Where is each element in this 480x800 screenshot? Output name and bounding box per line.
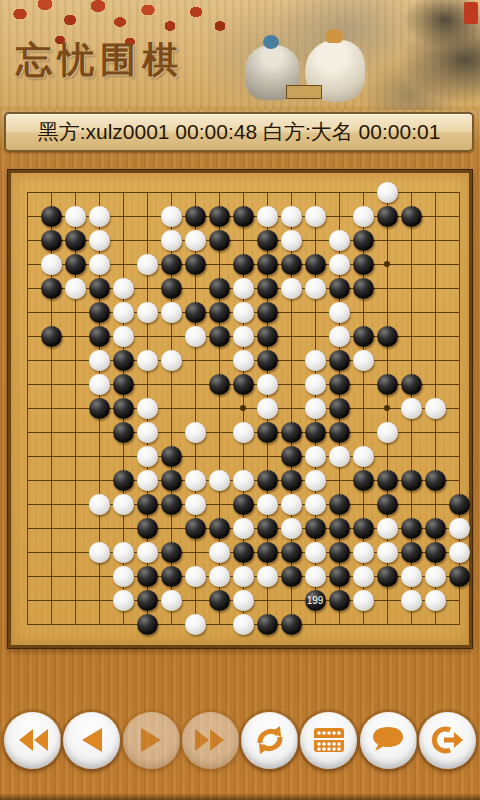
white-stone xyxy=(401,590,422,611)
score-abacus-button[interactable] xyxy=(300,712,357,769)
black-stone xyxy=(425,470,446,491)
white-stone xyxy=(425,398,446,419)
white-stone xyxy=(281,230,302,251)
black-stone xyxy=(449,566,470,587)
white-stone xyxy=(305,494,326,515)
white-stone xyxy=(233,614,254,635)
white-stone xyxy=(281,206,302,227)
white-stone xyxy=(185,494,206,515)
black-stone xyxy=(65,230,86,251)
black-stone xyxy=(257,350,278,371)
black-stone xyxy=(401,206,422,227)
black-stone xyxy=(329,542,350,563)
black-stone xyxy=(137,494,158,515)
toolbar xyxy=(0,710,480,770)
black-stone xyxy=(329,518,350,539)
white-stone xyxy=(185,230,206,251)
white-stone xyxy=(113,302,134,323)
star-point xyxy=(240,405,246,411)
white-stone xyxy=(233,590,254,611)
black-stone xyxy=(185,518,206,539)
black-stone xyxy=(113,374,134,395)
white-stone xyxy=(353,206,374,227)
black-stone xyxy=(65,254,86,275)
white-stone xyxy=(257,494,278,515)
black-stone xyxy=(41,278,62,299)
black-stone xyxy=(257,326,278,347)
go-board[interactable]: 199 xyxy=(8,170,472,648)
white-stone xyxy=(329,254,350,275)
white-stone xyxy=(137,350,158,371)
white-stone xyxy=(161,230,182,251)
black-stone xyxy=(377,470,398,491)
black-stone xyxy=(329,398,350,419)
black-stone xyxy=(209,590,230,611)
black-stone xyxy=(401,374,422,395)
white-stone xyxy=(329,302,350,323)
white-stone xyxy=(113,566,134,587)
black-stone xyxy=(257,230,278,251)
white-stone xyxy=(233,326,254,347)
black-stone xyxy=(161,470,182,491)
red-seal-stamp xyxy=(464,2,478,24)
refresh-icon xyxy=(253,723,287,757)
status-bar: 黑方:xulz0001 00:00:48 白方:大名 00:00:01 xyxy=(4,112,474,152)
white-stone xyxy=(305,374,326,395)
black-stone xyxy=(305,422,326,443)
white-stone xyxy=(89,254,110,275)
black-stone xyxy=(425,518,446,539)
white-stone xyxy=(209,542,230,563)
white-stone xyxy=(353,590,374,611)
black-stone xyxy=(161,566,182,587)
black-stone xyxy=(329,494,350,515)
black-stone xyxy=(89,278,110,299)
black-stone xyxy=(401,518,422,539)
white-stone xyxy=(281,278,302,299)
white-stone xyxy=(449,518,470,539)
white-stone xyxy=(257,566,278,587)
star-point xyxy=(384,261,390,267)
black-stone xyxy=(377,566,398,587)
black-stone xyxy=(209,206,230,227)
white-stone xyxy=(185,614,206,635)
white-stone xyxy=(161,350,182,371)
white-stone xyxy=(137,398,158,419)
white-stone xyxy=(233,566,254,587)
step-forward-button xyxy=(123,712,180,769)
black-stone xyxy=(425,542,446,563)
white-stone xyxy=(137,542,158,563)
black-stone xyxy=(113,470,134,491)
white-stone xyxy=(113,326,134,347)
step-back-button[interactable] xyxy=(63,712,120,769)
black-stone xyxy=(281,254,302,275)
black-stone xyxy=(449,494,470,515)
white-stone xyxy=(233,302,254,323)
white-stone xyxy=(137,302,158,323)
white-stone xyxy=(329,230,350,251)
black-stone xyxy=(329,374,350,395)
white-stone xyxy=(233,518,254,539)
white-stone xyxy=(161,302,182,323)
black-stone xyxy=(161,542,182,563)
white-stone xyxy=(137,470,158,491)
white-stone xyxy=(233,470,254,491)
white-stone xyxy=(185,422,206,443)
black-stone xyxy=(329,278,350,299)
black-stone xyxy=(89,326,110,347)
black-stone xyxy=(113,422,134,443)
white-stone xyxy=(161,590,182,611)
black-stone xyxy=(353,326,374,347)
black-stone xyxy=(257,278,278,299)
black-stone xyxy=(305,254,326,275)
white-stone xyxy=(425,590,446,611)
white-stone xyxy=(281,518,302,539)
black-stone xyxy=(257,254,278,275)
white-stone xyxy=(257,398,278,419)
black-stone xyxy=(185,302,206,323)
white-stone xyxy=(89,206,110,227)
players-and-clocks-text: 黑方:xulz0001 00:00:48 白方:大名 00:00:01 xyxy=(38,118,441,146)
step-back-icon xyxy=(77,724,107,756)
black-stone xyxy=(233,494,254,515)
step-forward-icon xyxy=(136,724,166,756)
chat-bubble-icon xyxy=(371,724,405,756)
black-stone xyxy=(281,614,302,635)
black-stone xyxy=(209,518,230,539)
black-stone xyxy=(209,278,230,299)
black-stone xyxy=(257,302,278,323)
black-stone xyxy=(113,398,134,419)
fast-forward-button xyxy=(182,712,239,769)
white-stone xyxy=(305,350,326,371)
fast-rewind-button[interactable] xyxy=(4,712,61,769)
black-stone xyxy=(281,566,302,587)
white-stone xyxy=(185,470,206,491)
black-stone xyxy=(137,590,158,611)
white-stone xyxy=(89,230,110,251)
black-stone xyxy=(209,230,230,251)
white-stone xyxy=(305,278,326,299)
fast-forward-icon xyxy=(193,724,227,756)
white-stone xyxy=(137,446,158,467)
white-stone xyxy=(209,470,230,491)
ink-painting xyxy=(210,0,480,110)
white-stone xyxy=(65,278,86,299)
black-stone xyxy=(89,302,110,323)
white-stone xyxy=(233,278,254,299)
white-stone xyxy=(185,566,206,587)
white-stone xyxy=(257,374,278,395)
black-stone xyxy=(137,518,158,539)
painting-go-board xyxy=(286,85,322,99)
white-stone xyxy=(185,326,206,347)
black-stone xyxy=(161,494,182,515)
black-stone xyxy=(377,206,398,227)
black-stone xyxy=(137,614,158,635)
refresh-button[interactable] xyxy=(241,712,298,769)
black-stone xyxy=(161,278,182,299)
white-stone xyxy=(305,206,326,227)
white-stone xyxy=(113,590,134,611)
pass-exit-button[interactable] xyxy=(419,712,476,769)
white-stone xyxy=(305,470,326,491)
black-stone xyxy=(281,542,302,563)
black-stone xyxy=(305,518,326,539)
white-stone xyxy=(353,446,374,467)
white-stone xyxy=(65,206,86,227)
black-stone xyxy=(329,566,350,587)
black-stone xyxy=(233,374,254,395)
black-stone xyxy=(185,206,206,227)
white-stone xyxy=(89,542,110,563)
abacus-icon xyxy=(312,725,346,755)
white-stone xyxy=(209,566,230,587)
black-stone xyxy=(401,470,422,491)
white-stone xyxy=(137,254,158,275)
white-stone xyxy=(257,206,278,227)
white-stone xyxy=(113,542,134,563)
black-stone xyxy=(353,470,374,491)
black-stone xyxy=(281,446,302,467)
board-grid[interactable]: 199 xyxy=(27,192,460,625)
black-stone xyxy=(377,494,398,515)
white-stone xyxy=(305,542,326,563)
white-stone xyxy=(89,494,110,515)
black-stone xyxy=(353,278,374,299)
white-stone xyxy=(89,350,110,371)
black-stone xyxy=(41,206,62,227)
white-stone xyxy=(305,398,326,419)
black-stone xyxy=(209,326,230,347)
white-stone xyxy=(137,422,158,443)
white-stone xyxy=(377,542,398,563)
black-stone xyxy=(233,206,254,227)
black-stone xyxy=(113,350,134,371)
black-stone xyxy=(257,614,278,635)
white-stone xyxy=(113,494,134,515)
black-stone xyxy=(41,326,62,347)
black-stone xyxy=(257,518,278,539)
white-stone xyxy=(449,542,470,563)
black-stone xyxy=(257,470,278,491)
black-stone xyxy=(233,542,254,563)
white-stone xyxy=(329,326,350,347)
white-stone xyxy=(113,278,134,299)
app-title: 忘忧围棋 xyxy=(16,36,184,85)
black-stone xyxy=(137,566,158,587)
black-stone xyxy=(377,374,398,395)
black-stone xyxy=(161,446,182,467)
black-stone xyxy=(329,422,350,443)
black-stone xyxy=(329,590,350,611)
exit-arrow-icon xyxy=(430,724,464,756)
white-stone xyxy=(353,542,374,563)
white-stone xyxy=(305,566,326,587)
white-stone xyxy=(401,398,422,419)
black-stone xyxy=(353,518,374,539)
black-stone xyxy=(257,542,278,563)
white-stone xyxy=(41,254,62,275)
white-stone xyxy=(89,374,110,395)
black-stone xyxy=(353,254,374,275)
black-stone xyxy=(329,350,350,371)
black-stone xyxy=(89,398,110,419)
black-stone xyxy=(209,302,230,323)
last-move-number-label: 199 xyxy=(305,590,326,611)
bottom-shade xyxy=(0,793,480,800)
white-stone xyxy=(377,422,398,443)
black-stone xyxy=(401,542,422,563)
white-stone xyxy=(161,206,182,227)
chat-button[interactable] xyxy=(360,712,417,769)
white-stone xyxy=(425,566,446,587)
black-stone xyxy=(281,422,302,443)
black-stone xyxy=(353,230,374,251)
white-stone xyxy=(377,518,398,539)
white-stone xyxy=(353,350,374,371)
white-stone xyxy=(233,422,254,443)
star-point xyxy=(384,405,390,411)
black-stone xyxy=(377,326,398,347)
white-stone xyxy=(377,182,398,203)
black-stone xyxy=(209,374,230,395)
white-stone xyxy=(305,446,326,467)
white-stone xyxy=(353,566,374,587)
black-stone xyxy=(257,422,278,443)
header: 忘忧围棋 xyxy=(0,0,480,110)
white-stone xyxy=(233,350,254,371)
black-stone xyxy=(233,254,254,275)
black-stone xyxy=(185,254,206,275)
white-stone xyxy=(329,446,350,467)
fast-rewind-icon xyxy=(16,724,50,756)
black-stone xyxy=(281,470,302,491)
black-stone xyxy=(41,230,62,251)
black-stone xyxy=(161,254,182,275)
white-stone xyxy=(281,494,302,515)
white-stone xyxy=(401,566,422,587)
